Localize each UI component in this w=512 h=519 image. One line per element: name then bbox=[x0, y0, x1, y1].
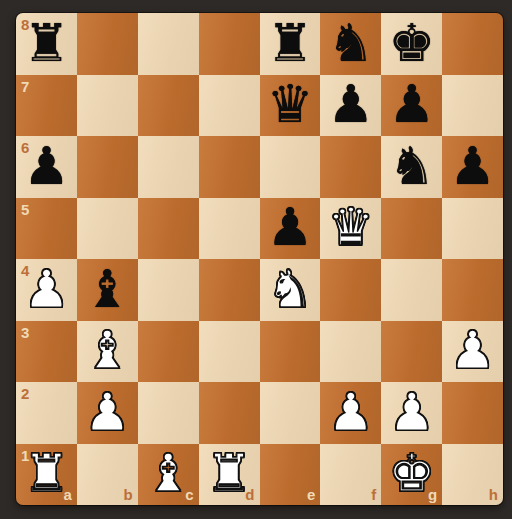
square-e3[interactable] bbox=[260, 321, 321, 383]
square-e5[interactable]: ♟ bbox=[260, 198, 321, 260]
square-g5[interactable] bbox=[381, 198, 442, 260]
square-b4[interactable]: ♝ bbox=[77, 259, 138, 321]
rank-label-3: 3 bbox=[21, 325, 29, 340]
piece-white-king[interactable]: ♚ bbox=[388, 447, 435, 499]
square-d3[interactable] bbox=[199, 321, 260, 383]
piece-white-pawn[interactable]: ♟ bbox=[328, 386, 375, 438]
square-e8[interactable]: ♜ bbox=[260, 13, 321, 75]
piece-black-knight[interactable]: ♞ bbox=[328, 17, 375, 69]
square-f4[interactable] bbox=[320, 259, 381, 321]
piece-black-rook[interactable]: ♜ bbox=[23, 17, 70, 69]
piece-white-rook[interactable]: ♜ bbox=[206, 447, 253, 499]
square-g1[interactable]: g♚ bbox=[381, 444, 442, 506]
square-d1[interactable]: d♜ bbox=[199, 444, 260, 506]
square-d8[interactable] bbox=[199, 13, 260, 75]
square-d4[interactable] bbox=[199, 259, 260, 321]
square-a5[interactable]: 5 bbox=[16, 198, 77, 260]
square-e1[interactable]: e bbox=[260, 444, 321, 506]
square-d7[interactable] bbox=[199, 75, 260, 137]
square-a8[interactable]: 8♜ bbox=[16, 13, 77, 75]
square-f5[interactable]: ♛ bbox=[320, 198, 381, 260]
rank-label-7: 7 bbox=[21, 79, 29, 94]
piece-black-rook[interactable]: ♜ bbox=[267, 17, 314, 69]
square-g2[interactable]: ♟ bbox=[381, 382, 442, 444]
square-h1[interactable]: h bbox=[442, 444, 503, 506]
square-b3[interactable]: ♝ bbox=[77, 321, 138, 383]
square-c8[interactable] bbox=[138, 13, 199, 75]
square-c7[interactable] bbox=[138, 75, 199, 137]
square-d6[interactable] bbox=[199, 136, 260, 198]
square-a7[interactable]: 7 bbox=[16, 75, 77, 137]
square-b8[interactable] bbox=[77, 13, 138, 75]
square-b2[interactable]: ♟ bbox=[77, 382, 138, 444]
square-e2[interactable] bbox=[260, 382, 321, 444]
square-a6[interactable]: 6♟ bbox=[16, 136, 77, 198]
square-h5[interactable] bbox=[442, 198, 503, 260]
square-f6[interactable] bbox=[320, 136, 381, 198]
rank-label-5: 5 bbox=[21, 202, 29, 217]
square-h2[interactable] bbox=[442, 382, 503, 444]
square-g4[interactable] bbox=[381, 259, 442, 321]
square-h3[interactable]: ♟ bbox=[442, 321, 503, 383]
file-label-b: b bbox=[124, 487, 133, 502]
square-a3[interactable]: 3 bbox=[16, 321, 77, 383]
square-f8[interactable]: ♞ bbox=[320, 13, 381, 75]
square-b6[interactable] bbox=[77, 136, 138, 198]
square-g7[interactable]: ♟ bbox=[381, 75, 442, 137]
piece-white-pawn[interactable]: ♟ bbox=[449, 324, 496, 376]
chess-board: 8♜♜♞♚7♛♟♟6♟♞♟5♟♛4♟♝♞3♝♟2♟♟♟1a♜bc♝d♜efg♚h bbox=[16, 13, 503, 505]
piece-black-pawn[interactable]: ♟ bbox=[23, 140, 70, 192]
square-g3[interactable] bbox=[381, 321, 442, 383]
piece-black-pawn[interactable]: ♟ bbox=[388, 78, 435, 130]
square-b5[interactable] bbox=[77, 198, 138, 260]
piece-white-rook[interactable]: ♜ bbox=[23, 447, 70, 499]
square-b7[interactable] bbox=[77, 75, 138, 137]
piece-white-pawn[interactable]: ♟ bbox=[23, 263, 70, 315]
piece-white-queen[interactable]: ♛ bbox=[328, 201, 375, 253]
square-c2[interactable] bbox=[138, 382, 199, 444]
square-h8[interactable] bbox=[442, 13, 503, 75]
square-h7[interactable] bbox=[442, 75, 503, 137]
square-g8[interactable]: ♚ bbox=[381, 13, 442, 75]
file-label-f: f bbox=[371, 487, 376, 502]
piece-black-bishop[interactable]: ♝ bbox=[84, 263, 131, 315]
square-c4[interactable] bbox=[138, 259, 199, 321]
piece-white-pawn[interactable]: ♟ bbox=[84, 386, 131, 438]
square-h6[interactable]: ♟ bbox=[442, 136, 503, 198]
square-a2[interactable]: 2 bbox=[16, 382, 77, 444]
piece-black-pawn[interactable]: ♟ bbox=[449, 140, 496, 192]
piece-black-pawn[interactable]: ♟ bbox=[328, 78, 375, 130]
square-f3[interactable] bbox=[320, 321, 381, 383]
app-background: 8♜♜♞♚7♛♟♟6♟♞♟5♟♛4♟♝♞3♝♟2♟♟♟1a♜bc♝d♜efg♚h bbox=[0, 0, 512, 519]
square-c3[interactable] bbox=[138, 321, 199, 383]
file-label-h: h bbox=[489, 487, 498, 502]
piece-white-bishop[interactable]: ♝ bbox=[145, 447, 192, 499]
square-f2[interactable]: ♟ bbox=[320, 382, 381, 444]
piece-white-bishop[interactable]: ♝ bbox=[84, 324, 131, 376]
square-c6[interactable] bbox=[138, 136, 199, 198]
square-a4[interactable]: 4♟ bbox=[16, 259, 77, 321]
square-b1[interactable]: b bbox=[77, 444, 138, 506]
piece-black-knight[interactable]: ♞ bbox=[388, 140, 435, 192]
square-a1[interactable]: 1a♜ bbox=[16, 444, 77, 506]
file-label-e: e bbox=[307, 487, 315, 502]
square-c5[interactable] bbox=[138, 198, 199, 260]
square-d2[interactable] bbox=[199, 382, 260, 444]
square-f7[interactable]: ♟ bbox=[320, 75, 381, 137]
piece-black-queen[interactable]: ♛ bbox=[267, 78, 314, 130]
square-c1[interactable]: c♝ bbox=[138, 444, 199, 506]
square-d5[interactable] bbox=[199, 198, 260, 260]
square-e7[interactable]: ♛ bbox=[260, 75, 321, 137]
piece-black-king[interactable]: ♚ bbox=[388, 17, 435, 69]
piece-white-knight[interactable]: ♞ bbox=[267, 263, 314, 315]
square-g6[interactable]: ♞ bbox=[381, 136, 442, 198]
square-e4[interactable]: ♞ bbox=[260, 259, 321, 321]
square-h4[interactable] bbox=[442, 259, 503, 321]
square-f1[interactable]: f bbox=[320, 444, 381, 506]
piece-black-pawn[interactable]: ♟ bbox=[267, 201, 314, 253]
rank-label-2: 2 bbox=[21, 386, 29, 401]
square-e6[interactable] bbox=[260, 136, 321, 198]
piece-white-pawn[interactable]: ♟ bbox=[388, 386, 435, 438]
